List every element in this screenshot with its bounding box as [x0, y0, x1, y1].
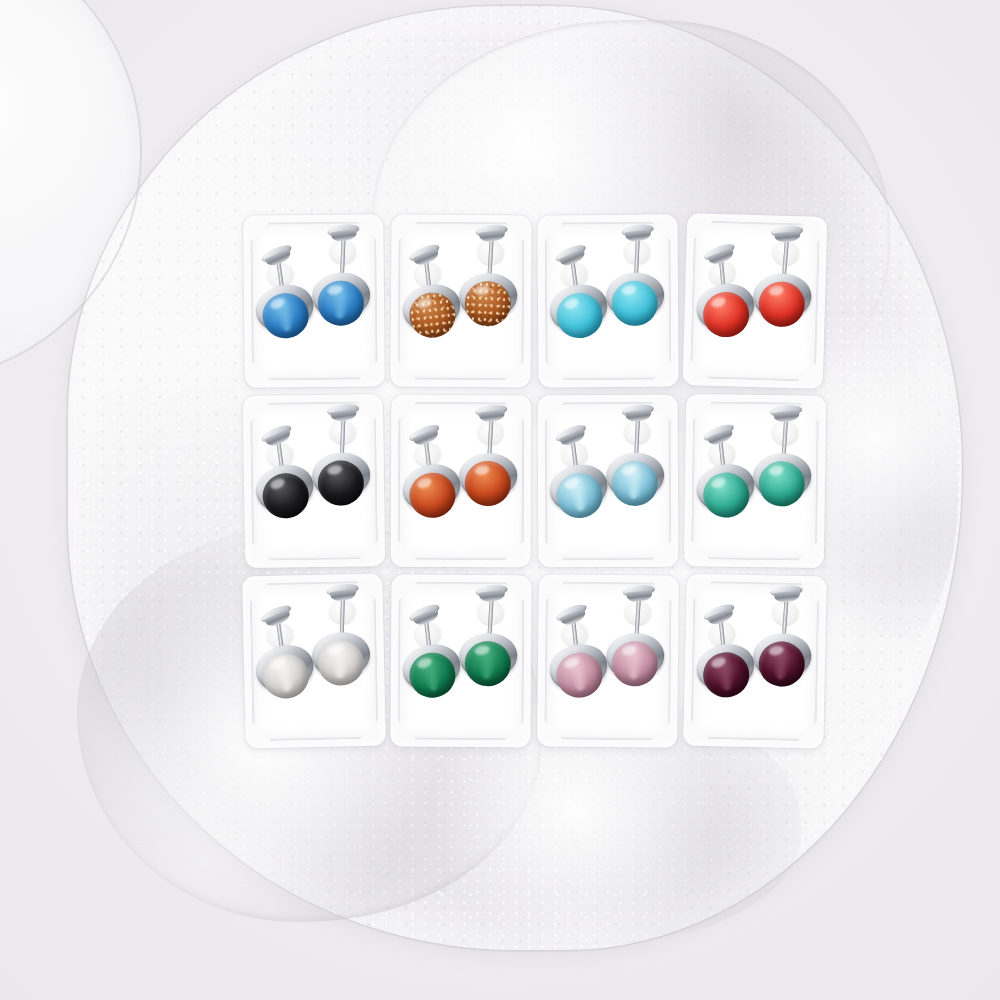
screw-back-disc: [475, 223, 509, 244]
stud-earring-right: [456, 224, 523, 339]
gemstone-black-onyx: [317, 460, 365, 507]
stud-earring-right: [749, 584, 817, 700]
stud-earring-left: [542, 604, 614, 722]
screw-back-disc: [327, 403, 361, 424]
stone-setting: [400, 462, 464, 524]
stud-earring-right: [309, 224, 374, 338]
screw-back-disc: [326, 582, 360, 603]
stud-earring-left: [395, 604, 467, 722]
gemstone-white-cat-eye: [317, 640, 364, 686]
stone-setting: [457, 271, 518, 330]
stone-highlight: [269, 477, 286, 491]
stone-setting: [694, 642, 757, 704]
earring-box-green-turquoise: [684, 394, 826, 568]
stud-earring-right: [749, 224, 818, 340]
stud-earring-left: [395, 244, 467, 362]
stone-setting: [751, 271, 813, 331]
screw-back-disc: [770, 404, 804, 424]
stone-setting: [253, 642, 318, 706]
stone-setting: [751, 631, 813, 691]
stone-setting: [547, 282, 612, 345]
stud-earring-left: [689, 424, 761, 542]
stud-earring-right: [456, 404, 522, 519]
screw-back-disc: [621, 403, 655, 424]
stud-earring-left: [689, 604, 760, 721]
screw-back-disc: [771, 224, 804, 244]
stone-setting: [311, 452, 371, 510]
stone-highlight: [474, 464, 491, 476]
stone-setting: [694, 282, 757, 343]
stone-setting: [751, 451, 813, 511]
earring-box-black-onyx: [243, 394, 385, 568]
stone-setting: [694, 462, 758, 524]
stud-earring-right: [603, 224, 668, 339]
stud-earring-right: [310, 584, 373, 698]
screw-back-disc: [770, 584, 804, 604]
earring-box-goldstone: [390, 215, 531, 388]
screw-back-disc: [475, 403, 509, 424]
screw-back-disc: [327, 223, 361, 244]
stone-setting: [605, 451, 666, 510]
stone-setting: [457, 631, 518, 690]
stud-earring-right: [603, 584, 670, 700]
screw-back-disc: [621, 223, 655, 244]
stone-setting: [311, 632, 371, 690]
earring-box-red-turquoise: [683, 213, 828, 389]
stone-setting: [605, 271, 665, 330]
box-grid: [244, 215, 825, 747]
stone-setting: [311, 272, 371, 330]
stone-setting: [253, 462, 318, 525]
earring-box-red-agate: [391, 395, 532, 567]
stone-highlight: [416, 476, 433, 490]
stone-setting: [400, 642, 464, 704]
earring-box-white-cat-eye: [242, 574, 386, 749]
earring-box-blue-turquoise: [537, 215, 678, 388]
earring-box-purple-cat-eye: [683, 574, 827, 749]
earring-box-blue-cat-eye: [243, 214, 385, 387]
screw-back-disc: [622, 584, 656, 604]
stud-earring-right: [750, 404, 817, 520]
stud-earring-left: [690, 244, 760, 361]
stone-setting: [547, 642, 611, 704]
screw-back-disc: [475, 583, 509, 604]
earring-box-green-cat-eye: [390, 575, 531, 748]
stone-setting: [457, 451, 518, 510]
earring-box-pink-cat-eye: [537, 574, 679, 747]
stone-setting: [400, 282, 464, 344]
stone-setting: [547, 462, 612, 525]
stone-setting: [253, 282, 318, 345]
gemstone-blue-cat-eye: [317, 280, 365, 327]
earring-box-light-blue-cat-eye: [538, 395, 679, 567]
stud-earring-right: [456, 584, 523, 699]
stone-setting: [604, 631, 665, 691]
stud-earring-right: [603, 404, 668, 519]
stone-highlight: [327, 464, 344, 476]
stud-earring-right: [310, 404, 374, 518]
